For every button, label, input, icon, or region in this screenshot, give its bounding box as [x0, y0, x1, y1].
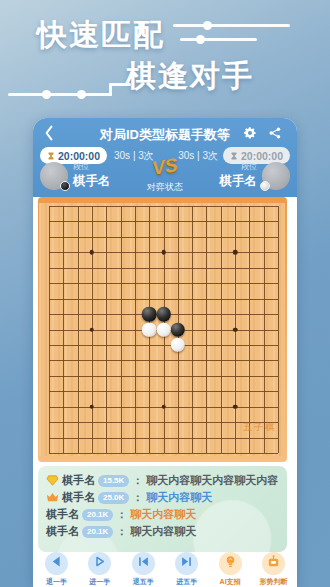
white-stone [171, 338, 186, 353]
slider-dot-decoration [77, 90, 86, 99]
right-rank-label: 段位 [220, 163, 258, 171]
grid-line [49, 391, 278, 392]
rating-badge: 15.5K [98, 475, 129, 487]
black-stone [156, 307, 171, 322]
forward-five-icon [179, 554, 194, 573]
chat-separator: ： [116, 524, 127, 539]
toolbar-label: 退五手 [133, 577, 154, 587]
rating-badge: 25.0K [98, 492, 129, 504]
diamond-icon [46, 475, 59, 487]
chat-message: 棋手名15.5K：聊天内容聊天内容聊天内容 [46, 472, 279, 489]
left-timer: 20:00:00 [58, 150, 100, 162]
board-grid [49, 206, 278, 453]
star-point [233, 250, 238, 255]
prev-move-icon [49, 554, 64, 573]
grid-line [49, 453, 278, 454]
chat-text: 聊天内容聊天 [146, 490, 212, 505]
grid-line [192, 206, 193, 453]
toolbar-forward-five-button[interactable]: 进五手 [167, 552, 207, 587]
toolbar-label: 退一手 [46, 577, 67, 587]
toolbar-prev-move-button[interactable]: 退一手 [36, 552, 76, 587]
grid-line [49, 360, 278, 361]
right-player-info: 段位 棋手名 [220, 163, 258, 188]
chat-text: 聊天内容聊天 [130, 507, 196, 522]
toolbar-label: AI支招 [220, 577, 241, 587]
chat-text: 聊天内容聊天 [130, 524, 196, 539]
game-status: 对弈状态 [33, 181, 297, 194]
board-frame: 五子棋 [38, 197, 287, 462]
grid-line [206, 206, 207, 453]
toolbar-label: 进一手 [89, 577, 110, 587]
lightbulb-icon [223, 554, 238, 573]
banner-slider-decoration [180, 38, 257, 41]
game-card: 对局ID类型标题手数等 20:00:00 30s | 3次 30s | 3次 2… [33, 118, 297, 587]
grid-line [264, 206, 265, 453]
hourglass-icon [47, 151, 55, 161]
toolbar-robot-button[interactable]: 形势判断 [254, 552, 294, 587]
chat-player-name: 棋手名 [62, 473, 95, 488]
toolbar-lightbulb-button[interactable]: AI支招 [210, 552, 250, 587]
chat-separator: ： [132, 473, 143, 488]
right-player-avatar[interactable] [262, 162, 290, 190]
white-stone [156, 322, 171, 337]
rating-badge: 20.1K [82, 526, 113, 538]
toolbar-label: 进五手 [176, 577, 197, 587]
chat-separator: ： [116, 507, 127, 522]
white-stone-indicator [260, 181, 270, 191]
star-point [233, 327, 238, 332]
rating-badge: 20.1K [82, 509, 113, 521]
chat-message: 棋手名20.1K：聊天内容聊天 [46, 506, 279, 523]
chat-player-name: 棋手名 [46, 524, 79, 539]
chat-player-name: 棋手名 [62, 490, 95, 505]
back-five-icon [136, 554, 151, 573]
banner-title-line2: 棋逢对手 [126, 56, 254, 97]
banner-slider-decoration [109, 83, 131, 86]
robot-icon [266, 554, 281, 573]
banner-slider-decoration [8, 93, 112, 96]
slider-dot-decoration [196, 35, 205, 44]
bottom-toolbar: 退一手进一手退五手进五手AI支招形势判断 [33, 551, 297, 587]
toolbar-back-five-button[interactable]: 退五手 [123, 552, 163, 587]
black-stone [171, 322, 186, 337]
banner-title-line1: 快速匹配 [37, 15, 165, 56]
grid-line [49, 438, 278, 439]
star-point [90, 327, 95, 332]
game-header: 对局ID类型标题手数等 20:00:00 30s | 3次 30s | 3次 2… [33, 118, 297, 197]
grid-line [278, 206, 279, 453]
star-point [90, 250, 95, 255]
chat-player-name: 棋手名 [46, 507, 79, 522]
banner-slider-decoration [173, 24, 290, 27]
star-point [90, 404, 95, 409]
slider-dot-decoration [42, 90, 51, 99]
board-watermark: 五子棋 [243, 421, 276, 434]
white-stone [142, 322, 157, 337]
toolbar-next-move-button[interactable]: 进一手 [80, 552, 120, 587]
app-screen: 快速匹配 棋逢对手 对局ID类型标题手数等 20:00:00 30s | 3次 [0, 0, 330, 587]
slider-dot-decoration [203, 21, 212, 30]
grid-line [249, 206, 250, 453]
toolbar-label: 形势判断 [260, 577, 288, 587]
black-stone [142, 307, 157, 322]
star-point [161, 250, 166, 255]
grid-line [49, 376, 278, 377]
go-board[interactable]: 五子棋 [39, 203, 285, 456]
grid-line [49, 345, 278, 346]
crown-icon [46, 492, 59, 504]
chat-separator: ： [132, 490, 143, 505]
chat-message: 棋手名25.0K：聊天内容聊天 [46, 489, 279, 506]
star-point [161, 404, 166, 409]
settings-gear-icon[interactable] [243, 126, 257, 140]
chat-panel[interactable]: 棋手名15.5K：聊天内容聊天内容聊天内容棋手名25.0K：聊天内容聊天棋手名2… [38, 466, 287, 552]
right-player-name: 棋手名 [220, 175, 258, 188]
star-point [233, 404, 238, 409]
chat-text: 聊天内容聊天内容聊天内容 [146, 473, 278, 488]
chat-message: 棋手名20.1K：聊天内容聊天 [46, 523, 279, 540]
next-move-icon [92, 554, 107, 573]
grid-line [221, 206, 222, 453]
